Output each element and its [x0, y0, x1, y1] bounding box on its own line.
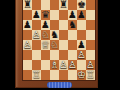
square-c5: ♘ — [41, 30, 50, 40]
square-b4 — [32, 40, 41, 50]
square-h4 — [86, 40, 95, 50]
square-b1: ♖ — [32, 70, 41, 80]
square-d4: ♘ — [50, 40, 59, 50]
square-d6 — [50, 20, 59, 30]
square-c6: ♟ — [41, 20, 50, 30]
square-h3 — [86, 50, 95, 60]
square-h6 — [86, 20, 95, 30]
square-a5 — [23, 30, 32, 40]
square-b2 — [32, 60, 41, 70]
square-f4 — [68, 40, 77, 50]
piece-wQ-c4: ♕ — [41, 40, 50, 50]
piece-bR-a8: ♜ — [23, 0, 32, 10]
square-f6: ♞ — [68, 20, 77, 30]
piece-bQ-c7: ♛ — [41, 10, 50, 20]
square-d1 — [50, 70, 59, 80]
piece-bP-c6: ♟ — [41, 20, 50, 30]
piece-bP-b7: ♟ — [32, 10, 41, 20]
square-a2 — [23, 60, 32, 70]
square-e3 — [59, 50, 68, 60]
piece-wP-b5: ♙ — [32, 30, 41, 40]
square-c7: ♛ — [41, 10, 50, 20]
square-a3 — [23, 50, 32, 60]
square-b6 — [32, 20, 41, 30]
square-d8 — [50, 0, 59, 10]
watermark-pill[interactable] — [47, 82, 72, 88]
piece-wR-h1: ♖ — [86, 70, 95, 80]
square-a1 — [23, 70, 32, 80]
square-e2: ♙ — [59, 60, 68, 70]
square-f3 — [68, 50, 77, 60]
piece-wB-d2: ♗ — [50, 60, 59, 70]
square-f1 — [68, 70, 77, 80]
square-d3 — [50, 50, 59, 60]
square-g7: ♟ — [77, 10, 86, 20]
square-e7 — [59, 10, 68, 20]
piece-wP-e2: ♙ — [59, 60, 68, 70]
piece-wP-h2: ♙ — [86, 60, 95, 70]
piece-wN-d4: ♘ — [50, 40, 59, 50]
piece-bN-f6: ♞ — [68, 20, 77, 30]
square-h8 — [86, 0, 95, 10]
square-c1 — [41, 70, 50, 80]
piece-bP-g4: ♟ — [77, 40, 86, 50]
piece-wK-g1: ♔ — [77, 70, 86, 80]
square-d7 — [50, 10, 59, 20]
square-g4: ♟ — [77, 40, 86, 50]
square-a8: ♜ — [23, 0, 32, 10]
square-a7 — [23, 10, 32, 20]
square-a4: ♙ — [23, 40, 32, 50]
piece-wR-b1: ♖ — [32, 70, 41, 80]
square-b5: ♙ — [32, 30, 41, 40]
square-e4 — [59, 40, 68, 50]
square-h2: ♙ — [86, 60, 95, 70]
piece-bN-d5: ♞ — [50, 30, 59, 40]
square-d5: ♞ — [50, 30, 59, 40]
square-a6: ♟ — [23, 20, 32, 30]
piece-wP-a4: ♙ — [23, 40, 32, 50]
piece-bP-g7: ♟ — [77, 10, 86, 20]
square-b7: ♟ — [32, 10, 41, 20]
square-c4: ♕ — [41, 40, 50, 50]
square-g3: ♙ — [77, 50, 86, 60]
square-g8: ♚ — [77, 0, 86, 10]
square-g2 — [77, 60, 86, 70]
square-e6 — [59, 20, 68, 30]
square-b3 — [32, 50, 41, 60]
square-e1 — [59, 70, 68, 80]
square-c8 — [41, 0, 50, 10]
square-g5 — [77, 30, 86, 40]
piece-bP-a6: ♟ — [23, 20, 32, 30]
square-h7 — [86, 10, 95, 20]
square-f5 — [68, 30, 77, 40]
piece-bK-g8: ♚ — [77, 0, 86, 10]
square-h5 — [86, 30, 95, 40]
square-e8: ♜ — [59, 0, 68, 10]
square-e5 — [59, 30, 68, 40]
piece-bP-f7: ♟ — [68, 10, 77, 20]
square-d2: ♗ — [50, 60, 59, 70]
piece-wP-f2: ♙ — [68, 60, 77, 70]
square-c2 — [41, 60, 50, 70]
chess-board: ♜♜♚♟♛♟♟♟♟♞♙♘♞♙♕♘♟♙♗♙♙♙♖♔♖ — [23, 0, 95, 80]
square-g1: ♔ — [77, 70, 86, 80]
square-g6 — [77, 20, 86, 30]
piece-wN-c5: ♘ — [41, 30, 50, 40]
piece-bR-e8: ♜ — [59, 0, 68, 10]
square-c3 — [41, 50, 50, 60]
square-f7: ♟ — [68, 10, 77, 20]
square-h1: ♖ — [86, 70, 95, 80]
piece-wP-g3: ♙ — [77, 50, 86, 60]
square-b8 — [32, 0, 41, 10]
square-f2: ♙ — [68, 60, 77, 70]
square-f8 — [68, 0, 77, 10]
